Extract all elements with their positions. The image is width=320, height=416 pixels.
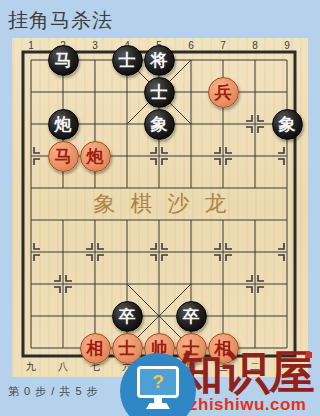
puzzle-title: 挂角马杀法 xyxy=(8,7,113,34)
move-counter: 第 0 步 / 共 5 步 xyxy=(8,385,99,397)
piece-grid: 马士将士兵炮象象马炮卒卒相士帅士相 xyxy=(15,44,303,364)
piece-black-horse[interactable]: 马 xyxy=(48,45,79,76)
watermark-site-url: zhishiwu.com xyxy=(189,395,306,415)
monitor-stand-base xyxy=(146,403,170,409)
piece-black-elephant[interactable]: 象 xyxy=(144,109,175,140)
watermark-site-name: 知识屋 xyxy=(177,349,315,397)
piece-black-soldier[interactable]: 卒 xyxy=(112,301,143,332)
question-mark: ? xyxy=(152,371,164,393)
xiangqi-puzzle-app: 挂角马杀法 123456789 象棋沙龙 马士将士兵炮象象马炮卒卒相士帅士相 九… xyxy=(0,0,320,416)
piece-black-elephant[interactable]: 象 xyxy=(272,109,303,140)
piece-black-soldier[interactable]: 卒 xyxy=(176,301,207,332)
piece-black-cannon[interactable]: 炮 xyxy=(48,109,79,140)
piece-black-general[interactable]: 将 xyxy=(144,45,175,76)
piece-red-soldier[interactable]: 兵 xyxy=(208,77,239,108)
piece-black-advisor[interactable]: 士 xyxy=(112,45,143,76)
piece-red-cannon[interactable]: 炮 xyxy=(80,141,111,172)
monitor-question-icon: ? xyxy=(137,366,179,398)
watermark-corner-mark xyxy=(306,352,312,358)
xiangqi-board: 123456789 象棋沙龙 马士将士兵炮象象马炮卒卒相士帅士相 九八七六五四三… xyxy=(12,38,308,377)
status-bar: 第 0 步 / 共 5 步 xyxy=(8,384,99,399)
piece-red-horse[interactable]: 马 xyxy=(48,141,79,172)
piece-black-advisor[interactable]: 士 xyxy=(144,77,175,108)
piece-red-elephant[interactable]: 相 xyxy=(80,333,111,364)
monitor-stand-neck xyxy=(154,398,162,403)
